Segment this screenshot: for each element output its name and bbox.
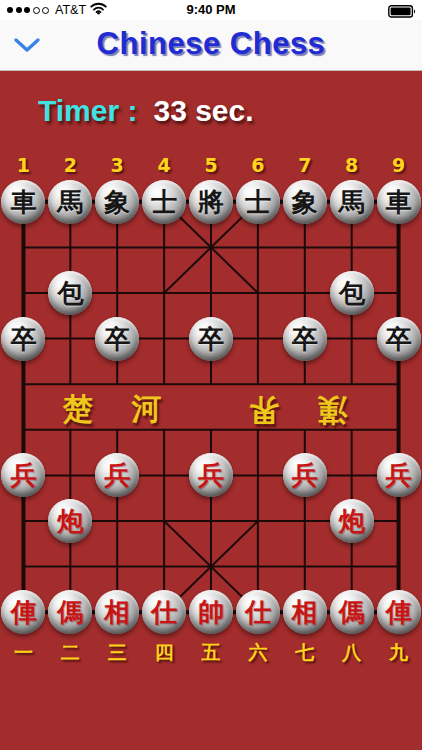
piece-red-soldier[interactable]: 兵 [283,453,327,497]
timer: Timer : 33 sec. [38,94,254,128]
piece-black-soldier[interactable]: 卒 [189,317,233,361]
column-label: 六 [234,640,281,666]
piece-red-cannon[interactable]: 炮 [330,499,374,543]
column-label: 八 [328,640,375,666]
piece-red-soldier[interactable]: 兵 [95,453,139,497]
piece-red-chariot[interactable]: 俥 [1,590,45,634]
piece-black-soldier[interactable]: 卒 [283,317,327,361]
column-label: 四 [141,640,188,666]
column-label: 五 [188,640,235,666]
piece-red-soldier[interactable]: 兵 [377,453,421,497]
piece-red-soldier[interactable]: 兵 [189,453,233,497]
column-label: 3 [94,154,141,176]
piece-black-soldier[interactable]: 卒 [1,317,45,361]
column-label: 4 [141,154,188,176]
piece-red-general[interactable]: 帥 [189,590,233,634]
piece-red-horse[interactable]: 傌 [48,590,92,634]
piece-red-horse[interactable]: 傌 [330,590,374,634]
column-label: 6 [234,154,281,176]
column-label: 9 [375,154,422,176]
piece-red-elephant[interactable]: 相 [283,590,327,634]
column-label: 九 [375,640,422,666]
piece-black-cannon[interactable]: 包 [330,271,374,315]
app-screen: AT&T 9:40 PM Chin [0,0,422,750]
piece-black-advisor[interactable]: 士 [142,180,186,224]
column-label: 三 [94,640,141,666]
piece-black-cannon[interactable]: 包 [48,271,92,315]
piece-red-cannon[interactable]: 炮 [48,499,92,543]
river-label-right: 漢 界 [235,389,347,430]
piece-black-elephant[interactable]: 象 [283,180,327,224]
piece-black-soldier[interactable]: 卒 [377,317,421,361]
nav-bar: Chinese Chess [0,20,422,71]
column-label: 5 [188,154,235,176]
piece-black-general[interactable]: 將 [189,180,233,224]
column-label: 七 [281,640,328,666]
column-label: 1 [0,154,47,176]
column-label: 一 [0,640,47,666]
column-label: 8 [328,154,375,176]
piece-black-horse[interactable]: 馬 [330,180,374,224]
river-label-left: 楚 河 [63,389,175,430]
piece-black-chariot[interactable]: 車 [377,180,421,224]
piece-black-horse[interactable]: 馬 [48,180,92,224]
piece-black-soldier[interactable]: 卒 [95,317,139,361]
piece-black-advisor[interactable]: 士 [236,180,280,224]
timer-label: Timer : [38,94,137,128]
piece-red-advisor[interactable]: 仕 [142,590,186,634]
piece-red-advisor[interactable]: 仕 [236,590,280,634]
timer-value: 33 sec. [153,94,253,128]
piece-red-soldier[interactable]: 兵 [1,453,45,497]
bottom-labels: 一二三四五六七八九 [0,640,422,662]
top-labels: 123456789 [0,154,422,176]
piece-black-elephant[interactable]: 象 [95,180,139,224]
status-bar: AT&T 9:40 PM [0,0,422,20]
piece-red-elephant[interactable]: 相 [95,590,139,634]
piece-red-chariot[interactable]: 俥 [377,590,421,634]
page-title: Chinese Chess [0,26,422,62]
column-label: 2 [47,154,94,176]
clock-label: 9:40 PM [0,0,422,20]
column-label: 7 [281,154,328,176]
piece-black-chariot[interactable]: 車 [1,180,45,224]
column-label: 二 [47,640,94,666]
